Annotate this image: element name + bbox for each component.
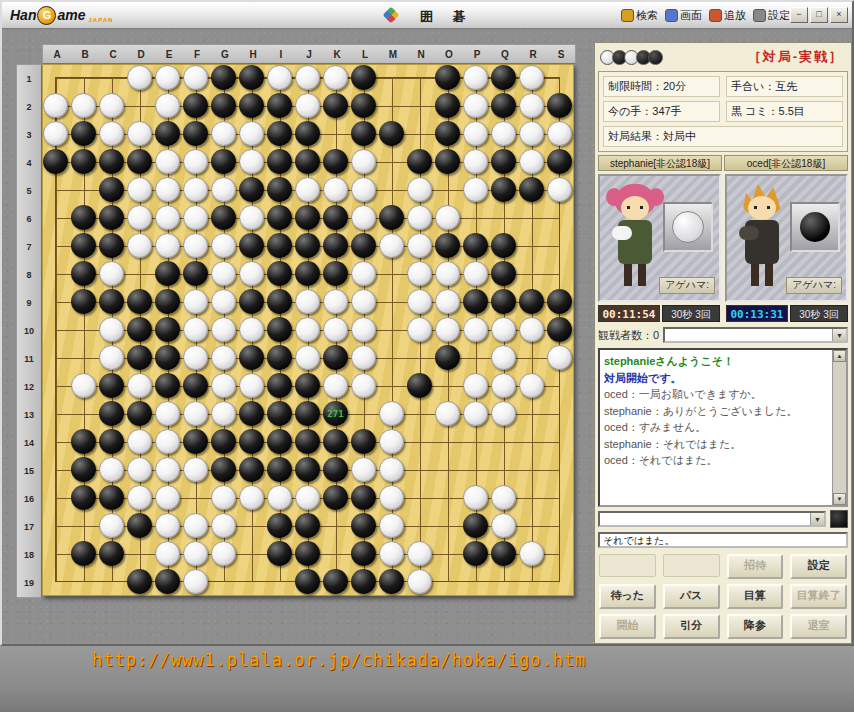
white-stone bbox=[379, 541, 404, 566]
white-stone bbox=[211, 317, 236, 342]
row-label: 11 bbox=[17, 345, 41, 373]
white-stone bbox=[323, 289, 348, 314]
white-stone bbox=[183, 569, 208, 594]
minimize-button[interactable]: − bbox=[790, 7, 808, 23]
white-stone bbox=[295, 93, 320, 118]
toolbar-menu: 検索画面追放設定 bbox=[621, 2, 790, 28]
white-stone-indicator bbox=[672, 211, 704, 243]
black-stone bbox=[295, 569, 320, 594]
side-panel: ［対局‐実戦］ 制限時間：20分 手合い：互先 今の手：347手 黒 コミ：5.… bbox=[594, 42, 852, 644]
black-stone bbox=[239, 177, 264, 202]
black-stone bbox=[43, 149, 68, 174]
white-stone bbox=[351, 457, 376, 482]
black-stone bbox=[407, 373, 432, 398]
game-window: Han G ame JAPAN 囲 碁 検索画面追放設定 −□× ABCDEFG… bbox=[0, 0, 854, 646]
white-stone bbox=[379, 429, 404, 454]
white-stone bbox=[351, 317, 376, 342]
column-label: B bbox=[71, 45, 99, 64]
white-stone bbox=[295, 177, 320, 202]
white-stone bbox=[435, 317, 460, 342]
white-stone bbox=[211, 261, 236, 286]
white-stone bbox=[99, 345, 124, 370]
row-label: 2 bbox=[17, 93, 41, 121]
black-stone bbox=[295, 541, 320, 566]
black-stone bbox=[267, 373, 292, 398]
black-stone bbox=[155, 317, 180, 342]
chat-scrollbar[interactable]: ▲▼ bbox=[832, 350, 846, 505]
white-stone bbox=[491, 345, 516, 370]
white-stone bbox=[491, 485, 516, 510]
white-stone bbox=[239, 149, 264, 174]
white-stone bbox=[211, 485, 236, 510]
player1-stone-box bbox=[663, 202, 713, 252]
white-stone bbox=[239, 205, 264, 230]
column-label: E bbox=[155, 45, 183, 64]
white-stone bbox=[155, 401, 180, 426]
white-stone bbox=[435, 289, 460, 314]
row-label: 13 bbox=[17, 401, 41, 429]
black-stone bbox=[519, 289, 544, 314]
black-stone bbox=[323, 205, 348, 230]
white-stone bbox=[127, 205, 152, 230]
white-stone bbox=[267, 65, 292, 90]
chat-message: oced：一局お願いできますか。 bbox=[604, 386, 830, 403]
black-stone bbox=[267, 261, 292, 286]
chat-message: stephanie：それではまた。 bbox=[604, 436, 830, 453]
black-stone bbox=[351, 121, 376, 146]
white-stone bbox=[463, 401, 488, 426]
black-stone bbox=[547, 317, 572, 342]
white-stone bbox=[155, 177, 180, 202]
white-stone bbox=[127, 485, 152, 510]
white-stone bbox=[407, 317, 432, 342]
white-stone bbox=[127, 233, 152, 258]
window-buttons: −□× bbox=[790, 7, 848, 23]
black-stone bbox=[491, 65, 516, 90]
menu-item-settings[interactable]: 設定 bbox=[753, 8, 790, 23]
white-stone bbox=[407, 261, 432, 286]
row-label: 5 bbox=[17, 177, 41, 205]
black-stone bbox=[155, 261, 180, 286]
black-stone bbox=[127, 513, 152, 538]
black-stone: 271 bbox=[323, 401, 348, 426]
button-招待: 招待 bbox=[727, 554, 784, 579]
white-stone bbox=[491, 401, 516, 426]
menu-item-search[interactable]: 検索 bbox=[621, 8, 658, 23]
player1-captures-label: アゲハマ: bbox=[659, 277, 715, 294]
black-stone bbox=[351, 513, 376, 538]
black-stone bbox=[351, 541, 376, 566]
black-stone bbox=[267, 429, 292, 454]
column-label: N bbox=[407, 45, 435, 64]
white-stone bbox=[547, 121, 572, 146]
player1-clock: 00:11:54 bbox=[598, 305, 660, 322]
black-stone bbox=[435, 93, 460, 118]
row-label: 16 bbox=[17, 485, 41, 513]
scroll-up-icon[interactable]: ▲ bbox=[833, 350, 846, 362]
chevron-down-icon[interactable]: ▼ bbox=[810, 513, 824, 525]
white-stone bbox=[407, 289, 432, 314]
spectators-label: 観戦者数：0 bbox=[598, 328, 659, 343]
black-stone bbox=[71, 205, 96, 230]
player1-panel: アゲハマ: bbox=[598, 174, 721, 302]
white-stone bbox=[351, 289, 376, 314]
white-stone bbox=[435, 205, 460, 230]
screen: Han G ame JAPAN 囲 碁 検索画面追放設定 −□× ABCDEFG… bbox=[0, 0, 854, 712]
black-stone bbox=[323, 93, 348, 118]
button-設定[interactable]: 設定 bbox=[790, 554, 847, 579]
white-stone bbox=[351, 373, 376, 398]
player2-avatar bbox=[733, 182, 791, 294]
black-stone bbox=[71, 429, 96, 454]
white-stone bbox=[127, 121, 152, 146]
black-stone bbox=[323, 233, 348, 258]
white-stone bbox=[323, 317, 348, 342]
white-stone bbox=[99, 317, 124, 342]
black-stone bbox=[491, 261, 516, 286]
white-stone bbox=[379, 233, 404, 258]
black-stone bbox=[99, 541, 124, 566]
player1-name: stephanie[非公認18級] bbox=[598, 155, 722, 171]
column-label: K bbox=[323, 45, 351, 64]
white-stone bbox=[211, 121, 236, 146]
black-stone bbox=[295, 373, 320, 398]
black-stone bbox=[351, 485, 376, 510]
black-stone bbox=[183, 429, 208, 454]
black-stone bbox=[267, 457, 292, 482]
white-stone bbox=[519, 317, 544, 342]
white-stone bbox=[99, 513, 124, 538]
black-stone bbox=[267, 93, 292, 118]
white-stone bbox=[463, 65, 488, 90]
black-stone bbox=[463, 233, 488, 258]
white-stone bbox=[295, 485, 320, 510]
black-stone bbox=[435, 121, 460, 146]
white-stone bbox=[463, 149, 488, 174]
white-stone bbox=[407, 569, 432, 594]
black-stone bbox=[267, 541, 292, 566]
black-stone bbox=[99, 289, 124, 314]
white-stone bbox=[351, 261, 376, 286]
white-stone bbox=[155, 233, 180, 258]
white-stone bbox=[183, 317, 208, 342]
quick-message-select[interactable]: それではまた。 bbox=[598, 532, 848, 548]
white-stone bbox=[295, 317, 320, 342]
white-stone bbox=[183, 289, 208, 314]
move-number-marker: 271 bbox=[327, 409, 343, 419]
white-stone bbox=[491, 373, 516, 398]
column-label: G bbox=[211, 45, 239, 64]
column-label: H bbox=[239, 45, 267, 64]
player2-clock: 00:13:31 bbox=[726, 305, 788, 322]
row-labels: 12345678910111213141516171819 bbox=[16, 64, 42, 598]
white-stone bbox=[491, 317, 516, 342]
maximize-button[interactable]: □ bbox=[810, 7, 828, 23]
goban[interactable]: 271 bbox=[42, 64, 574, 596]
flower-icon bbox=[383, 7, 400, 24]
settings-icon bbox=[753, 9, 766, 22]
white-stone bbox=[211, 177, 236, 202]
white-stone bbox=[463, 317, 488, 342]
column-label: Q bbox=[491, 45, 519, 64]
black-stone bbox=[267, 289, 292, 314]
white-stone bbox=[127, 373, 152, 398]
menu-item-label: 追放 bbox=[724, 8, 746, 23]
row-label: 3 bbox=[17, 121, 41, 149]
button-開始: 開始 bbox=[599, 614, 656, 639]
white-stone bbox=[183, 65, 208, 90]
black-stone bbox=[71, 289, 96, 314]
row-label: 6 bbox=[17, 205, 41, 233]
black-stone bbox=[99, 485, 124, 510]
white-stone bbox=[183, 233, 208, 258]
black-stone bbox=[155, 569, 180, 594]
black-stone bbox=[127, 149, 152, 174]
white-stone bbox=[71, 373, 96, 398]
app-title: 囲 碁 bbox=[420, 8, 474, 26]
white-stone bbox=[323, 65, 348, 90]
row-label: 7 bbox=[17, 233, 41, 261]
black-stone bbox=[295, 429, 320, 454]
black-stone bbox=[239, 233, 264, 258]
player1-avatar bbox=[606, 182, 664, 294]
clocks-row: 00:11:54 30秒 3回 00:13:31 30秒 3回 bbox=[598, 305, 848, 322]
white-stone bbox=[463, 485, 488, 510]
black-stone bbox=[491, 93, 516, 118]
black-stone bbox=[71, 233, 96, 258]
white-stone bbox=[183, 149, 208, 174]
black-stone bbox=[127, 569, 152, 594]
empty-button-slot bbox=[663, 554, 720, 577]
black-stone bbox=[323, 261, 348, 286]
black-stone bbox=[267, 177, 292, 202]
white-stone bbox=[155, 541, 180, 566]
white-stone bbox=[463, 121, 488, 146]
white-stone bbox=[239, 373, 264, 398]
row-label: 9 bbox=[17, 289, 41, 317]
row-label: 1 bbox=[17, 65, 41, 93]
white-stone bbox=[211, 401, 236, 426]
black-stone bbox=[211, 205, 236, 230]
white-stone bbox=[127, 65, 152, 90]
black-stone bbox=[267, 205, 292, 230]
black-stone bbox=[547, 289, 572, 314]
white-stone bbox=[295, 345, 320, 370]
black-stone bbox=[127, 289, 152, 314]
white-stone bbox=[99, 457, 124, 482]
white-stone bbox=[127, 457, 152, 482]
black-stone bbox=[295, 261, 320, 286]
black-stone bbox=[323, 485, 348, 510]
black-stone bbox=[155, 345, 180, 370]
white-stone bbox=[155, 149, 180, 174]
white-stone bbox=[547, 177, 572, 202]
button-降参[interactable]: 降参 bbox=[727, 614, 784, 639]
black-stone bbox=[267, 401, 292, 426]
white-stone bbox=[99, 93, 124, 118]
white-stone bbox=[491, 121, 516, 146]
black-stone bbox=[295, 149, 320, 174]
player2-captures-label: アゲハマ: bbox=[786, 277, 842, 294]
player2-stone-box bbox=[790, 202, 840, 252]
search-icon bbox=[621, 9, 634, 22]
white-stone bbox=[407, 541, 432, 566]
black-stone bbox=[519, 177, 544, 202]
column-label: O bbox=[435, 45, 463, 64]
stone-color-button[interactable] bbox=[830, 510, 848, 528]
white-stone bbox=[211, 289, 236, 314]
logo-text-ame: ame bbox=[57, 7, 85, 23]
logo-japan-label: JAPAN bbox=[88, 17, 113, 23]
black-stone bbox=[267, 233, 292, 258]
black-stone bbox=[547, 93, 572, 118]
screen-icon bbox=[665, 9, 678, 22]
row-label: 14 bbox=[17, 429, 41, 457]
panel-title: ［対局‐実戦］ bbox=[748, 48, 844, 66]
chat-input[interactable]: ▼ bbox=[598, 511, 826, 527]
logo-text-han: Han bbox=[10, 7, 36, 23]
black-stone bbox=[99, 373, 124, 398]
chat-log[interactable]: stephanieさんようこそ！対局開始です。oced：一局お願いできますか。s… bbox=[598, 348, 848, 507]
black-stone bbox=[183, 373, 208, 398]
black-stone bbox=[127, 345, 152, 370]
column-label: M bbox=[379, 45, 407, 64]
white-stone bbox=[435, 401, 460, 426]
black-stone bbox=[71, 541, 96, 566]
button-目算[interactable]: 目算 bbox=[727, 584, 784, 609]
white-stone bbox=[211, 233, 236, 258]
button-パス[interactable]: パス bbox=[663, 584, 720, 609]
black-stone bbox=[267, 317, 292, 342]
chat-message: oced：それではまた。 bbox=[604, 452, 830, 469]
black-stone bbox=[379, 205, 404, 230]
black-stone bbox=[435, 233, 460, 258]
black-stone bbox=[71, 121, 96, 146]
white-stone bbox=[379, 485, 404, 510]
black-stone bbox=[211, 429, 236, 454]
black-stone bbox=[435, 149, 460, 174]
black-stone bbox=[127, 317, 152, 342]
chevron-down-icon[interactable]: ▼ bbox=[832, 329, 846, 341]
button-引分[interactable]: 引分 bbox=[663, 614, 720, 639]
black-stone bbox=[295, 401, 320, 426]
white-stone bbox=[351, 177, 376, 202]
black-stone bbox=[211, 93, 236, 118]
white-stone bbox=[155, 457, 180, 482]
black-stone bbox=[435, 65, 460, 90]
white-stone bbox=[211, 373, 236, 398]
white-stone bbox=[519, 65, 544, 90]
white-stone bbox=[183, 205, 208, 230]
white-stone bbox=[99, 261, 124, 286]
menu-item-label: 画面 bbox=[680, 8, 702, 23]
black-stone bbox=[351, 93, 376, 118]
white-stone bbox=[351, 205, 376, 230]
white-stone bbox=[183, 345, 208, 370]
white-stone bbox=[295, 65, 320, 90]
current-move-label: 今の手：347手 bbox=[603, 101, 720, 122]
chat-messages: stephanieさんようこそ！対局開始です。oced：一局お願いできますか。s… bbox=[604, 353, 830, 469]
white-stone bbox=[99, 121, 124, 146]
black-stone bbox=[239, 457, 264, 482]
black-stone bbox=[295, 233, 320, 258]
komi-label: 黒 コミ：5.5目 bbox=[726, 101, 843, 122]
column-label: L bbox=[351, 45, 379, 64]
column-label: A bbox=[43, 45, 71, 64]
black-stone bbox=[155, 289, 180, 314]
white-stone bbox=[407, 177, 432, 202]
black-stone bbox=[323, 569, 348, 594]
white-stone bbox=[407, 233, 432, 258]
white-stone bbox=[463, 373, 488, 398]
black-stone bbox=[239, 65, 264, 90]
black-stone bbox=[211, 149, 236, 174]
black-stone bbox=[239, 93, 264, 118]
row-label: 12 bbox=[17, 373, 41, 401]
button-退室: 退室 bbox=[790, 614, 847, 639]
player2-byoyomi: 30秒 3回 bbox=[790, 305, 848, 322]
black-stone bbox=[295, 205, 320, 230]
black-stone bbox=[183, 261, 208, 286]
scroll-down-icon[interactable]: ▼ bbox=[833, 493, 846, 505]
black-stone bbox=[155, 373, 180, 398]
close-button[interactable]: × bbox=[830, 7, 848, 23]
white-stone bbox=[491, 513, 516, 538]
black-stone bbox=[155, 121, 180, 146]
white-stone bbox=[295, 289, 320, 314]
white-stone bbox=[351, 345, 376, 370]
black-stone bbox=[463, 513, 488, 538]
toolbar: Han G ame JAPAN 囲 碁 検索画面追放設定 −□× bbox=[2, 2, 852, 29]
column-label: J bbox=[295, 45, 323, 64]
column-label: D bbox=[127, 45, 155, 64]
black-stone bbox=[71, 261, 96, 286]
menu-item-kick[interactable]: 追放 bbox=[709, 8, 746, 23]
black-stone bbox=[491, 233, 516, 258]
row-label: 19 bbox=[17, 569, 41, 597]
black-stone bbox=[295, 457, 320, 482]
black-stone bbox=[323, 429, 348, 454]
black-stone bbox=[99, 205, 124, 230]
menu-item-label: 検索 bbox=[636, 8, 658, 23]
button-待った[interactable]: 待った bbox=[599, 584, 656, 609]
black-stone bbox=[379, 569, 404, 594]
black-stone bbox=[71, 457, 96, 482]
white-stone bbox=[463, 93, 488, 118]
action-buttons: 招待設定待ったパス目算目算終了開始引分降参退室 bbox=[598, 552, 848, 640]
black-stone bbox=[183, 93, 208, 118]
white-stone bbox=[211, 345, 236, 370]
black-stone bbox=[295, 121, 320, 146]
black-stone bbox=[239, 429, 264, 454]
kick-icon bbox=[709, 9, 722, 22]
white-stone bbox=[547, 345, 572, 370]
black-stone bbox=[267, 345, 292, 370]
black-stone bbox=[267, 121, 292, 146]
spectators-dropdown[interactable]: ▼ bbox=[663, 327, 848, 343]
black-stone bbox=[211, 457, 236, 482]
column-label: S bbox=[547, 45, 575, 64]
black-stone bbox=[211, 65, 236, 90]
white-stone bbox=[211, 513, 236, 538]
white-stone bbox=[323, 177, 348, 202]
white-stone bbox=[519, 149, 544, 174]
chat-message: stephanie：ありがとうございました。 bbox=[604, 403, 830, 420]
white-stone bbox=[351, 149, 376, 174]
hangame-logo: Han G ame JAPAN bbox=[10, 6, 113, 25]
menu-item-screen[interactable]: 画面 bbox=[665, 8, 702, 23]
black-stone bbox=[323, 345, 348, 370]
